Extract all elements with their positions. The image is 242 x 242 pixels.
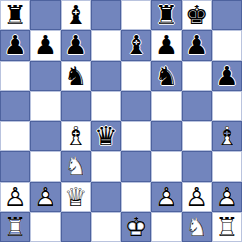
white-pawn-piece[interactable]: ♟♙ — [31, 183, 59, 211]
square-h8[interactable] — [212, 0, 242, 30]
square-a1[interactable]: ♜♖ — [0, 212, 30, 242]
black-pawn-piece[interactable]: ♟ — [31, 31, 59, 59]
square-e6[interactable] — [121, 61, 151, 91]
white-piece-outline: ♙ — [183, 183, 211, 211]
square-g2[interactable]: ♟♙ — [182, 182, 212, 212]
square-f8[interactable]: ♜ — [151, 0, 181, 30]
black-piece-glyph: ♛ — [92, 122, 120, 150]
black-pawn-piece[interactable]: ♟ — [183, 31, 211, 59]
square-h5[interactable] — [212, 91, 242, 121]
square-a2[interactable]: ♟♙ — [0, 182, 30, 212]
black-piece-glyph: ♜ — [1, 1, 29, 29]
square-f7[interactable]: ♟ — [151, 30, 181, 60]
black-piece-glyph: ♝ — [62, 1, 90, 29]
black-knight-piece[interactable]: ♞ — [62, 62, 90, 90]
square-h4[interactable]: ♝♗ — [212, 121, 242, 151]
square-b5[interactable] — [30, 91, 60, 121]
square-c1[interactable] — [61, 212, 91, 242]
square-c4[interactable]: ♝♗ — [61, 121, 91, 151]
white-pawn-piece[interactable]: ♟♙ — [213, 183, 241, 211]
white-knight-piece[interactable]: ♞♘ — [62, 152, 90, 180]
black-piece-glyph: ♟ — [183, 31, 211, 59]
black-piece-glyph: ♝ — [122, 31, 150, 59]
black-piece-glyph: ♟ — [1, 31, 29, 59]
square-f1[interactable] — [151, 212, 181, 242]
square-e3[interactable] — [121, 151, 151, 181]
square-e7[interactable]: ♝ — [121, 30, 151, 60]
white-pawn-piece[interactable]: ♟♙ — [152, 183, 180, 211]
white-piece-outline: ♙ — [152, 183, 180, 211]
square-c2[interactable]: ♛♕ — [61, 182, 91, 212]
white-pawn-piece[interactable]: ♟♙ — [1, 183, 29, 211]
square-f4[interactable] — [151, 121, 181, 151]
square-h1[interactable]: ♜♖ — [212, 212, 242, 242]
white-piece-outline: ♔ — [122, 213, 150, 241]
square-a5[interactable] — [0, 91, 30, 121]
square-a6[interactable] — [0, 61, 30, 91]
square-f5[interactable] — [151, 91, 181, 121]
black-queen-piece[interactable]: ♛ — [92, 122, 120, 150]
square-g8[interactable]: ♚ — [182, 0, 212, 30]
black-bishop-piece[interactable]: ♝ — [62, 1, 90, 29]
square-c3[interactable]: ♞♘ — [61, 151, 91, 181]
square-e1[interactable]: ♚♔ — [121, 212, 151, 242]
black-piece-glyph: ♞ — [152, 62, 180, 90]
square-d3[interactable] — [91, 151, 121, 181]
black-pawn-piece[interactable]: ♟ — [1, 31, 29, 59]
black-piece-glyph: ♞ — [62, 62, 90, 90]
square-h6[interactable]: ♟ — [212, 61, 242, 91]
square-d4[interactable]: ♛ — [91, 121, 121, 151]
square-d2[interactable] — [91, 182, 121, 212]
black-bishop-piece[interactable]: ♝ — [122, 31, 150, 59]
black-pawn-piece[interactable]: ♟ — [213, 62, 241, 90]
black-king-piece[interactable]: ♚ — [183, 1, 211, 29]
square-a4[interactable] — [0, 121, 30, 151]
square-f6[interactable]: ♞ — [151, 61, 181, 91]
white-piece-outline: ♗ — [62, 122, 90, 150]
square-f2[interactable]: ♟♙ — [151, 182, 181, 212]
white-piece-outline: ♖ — [1, 213, 29, 241]
white-piece-outline: ♙ — [31, 183, 59, 211]
square-c5[interactable] — [61, 91, 91, 121]
black-piece-glyph: ♚ — [183, 1, 211, 29]
square-c7[interactable]: ♟ — [61, 30, 91, 60]
black-piece-glyph: ♟ — [152, 31, 180, 59]
square-h3[interactable] — [212, 151, 242, 181]
square-d5[interactable] — [91, 91, 121, 121]
square-b6[interactable] — [30, 61, 60, 91]
black-piece-glyph: ♟ — [62, 31, 90, 59]
square-e2[interactable] — [121, 182, 151, 212]
black-knight-piece[interactable]: ♞ — [152, 62, 180, 90]
square-d7[interactable] — [91, 30, 121, 60]
square-c8[interactable]: ♝ — [61, 0, 91, 30]
square-g4[interactable] — [182, 121, 212, 151]
black-pawn-piece[interactable]: ♟ — [62, 31, 90, 59]
square-d6[interactable] — [91, 61, 121, 91]
square-a7[interactable]: ♟ — [0, 30, 30, 60]
square-f3[interactable] — [151, 151, 181, 181]
black-rook-piece[interactable]: ♜ — [152, 1, 180, 29]
white-bishop-piece[interactable]: ♝♗ — [62, 122, 90, 150]
white-piece-outline: ♕ — [62, 183, 90, 211]
white-piece-outline: ♘ — [62, 152, 90, 180]
black-piece-glyph: ♜ — [152, 1, 180, 29]
square-a3[interactable] — [0, 151, 30, 181]
square-e4[interactable] — [121, 121, 151, 151]
square-b7[interactable]: ♟ — [30, 30, 60, 60]
square-b8[interactable] — [30, 0, 60, 30]
square-g6[interactable] — [182, 61, 212, 91]
black-rook-piece[interactable]: ♜ — [1, 1, 29, 29]
square-g7[interactable]: ♟ — [182, 30, 212, 60]
white-rook-piece[interactable]: ♜♖ — [213, 213, 241, 241]
black-piece-glyph: ♟ — [31, 31, 59, 59]
square-e8[interactable] — [121, 0, 151, 30]
square-d8[interactable] — [91, 0, 121, 30]
white-piece-outline: ♘ — [183, 213, 211, 241]
white-queen-piece[interactable]: ♛♕ — [62, 183, 90, 211]
white-pawn-piece[interactable]: ♟♙ — [183, 183, 211, 211]
black-pawn-piece[interactable]: ♟ — [152, 31, 180, 59]
white-bishop-piece[interactable]: ♝♗ — [213, 122, 241, 150]
square-a8[interactable]: ♜ — [0, 0, 30, 30]
square-b2[interactable]: ♟♙ — [30, 182, 60, 212]
square-c6[interactable]: ♞ — [61, 61, 91, 91]
square-h7[interactable] — [212, 30, 242, 60]
square-d1[interactable] — [91, 212, 121, 242]
square-e5[interactable] — [121, 91, 151, 121]
square-g3[interactable] — [182, 151, 212, 181]
square-g5[interactable] — [182, 91, 212, 121]
chess-board: ♜♝♜♚♟♟♟♝♟♟♞♞♟♝♗♛♝♗♞♘♟♙♟♙♛♕♟♙♟♙♟♙♜♖♚♔♞♘♜♖ — [0, 0, 242, 242]
square-g1[interactable]: ♞♘ — [182, 212, 212, 242]
square-b4[interactable] — [30, 121, 60, 151]
white-piece-outline: ♗ — [213, 122, 241, 150]
square-b3[interactable] — [30, 151, 60, 181]
black-piece-glyph: ♟ — [213, 62, 241, 90]
square-b1[interactable] — [30, 212, 60, 242]
white-piece-outline: ♙ — [213, 183, 241, 211]
white-knight-piece[interactable]: ♞♘ — [183, 213, 211, 241]
white-piece-outline: ♖ — [213, 213, 241, 241]
white-piece-outline: ♙ — [1, 183, 29, 211]
white-rook-piece[interactable]: ♜♖ — [1, 213, 29, 241]
white-king-piece[interactable]: ♚♔ — [122, 213, 150, 241]
square-h2[interactable]: ♟♙ — [212, 182, 242, 212]
